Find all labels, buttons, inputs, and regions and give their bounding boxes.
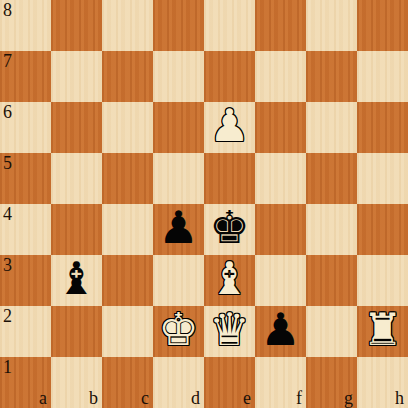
square-c1[interactable]: c	[102, 357, 153, 408]
square-d6[interactable]	[153, 102, 204, 153]
file-label-a: a	[39, 389, 47, 408]
square-f7[interactable]	[255, 51, 306, 102]
file-label-d: d	[191, 389, 200, 408]
square-d4[interactable]: ♟	[153, 204, 204, 255]
square-a5[interactable]: 5	[0, 153, 51, 204]
file-label-c: c	[141, 389, 149, 408]
square-a2[interactable]: 2	[0, 306, 51, 357]
square-e5[interactable]	[204, 153, 255, 204]
square-g3[interactable]	[306, 255, 357, 306]
square-d8[interactable]	[153, 0, 204, 51]
square-a7[interactable]: 7	[0, 51, 51, 102]
piece-white-rook-h2[interactable]: ♜	[362, 304, 402, 355]
rank-label-7: 7	[3, 51, 12, 72]
square-a8[interactable]: 8	[0, 0, 51, 51]
square-c8[interactable]	[102, 0, 153, 51]
square-c7[interactable]	[102, 51, 153, 102]
piece-white-pawn-e6[interactable]: ♟	[209, 100, 249, 151]
square-e2[interactable]: ♛	[204, 306, 255, 357]
square-a4[interactable]: 4	[0, 204, 51, 255]
square-f5[interactable]	[255, 153, 306, 204]
piece-white-king-d2[interactable]: ♚	[158, 304, 198, 355]
square-c4[interactable]	[102, 204, 153, 255]
rank-label-6: 6	[3, 102, 12, 123]
piece-white-queen-e2[interactable]: ♛	[209, 304, 249, 355]
piece-black-pawn-f2[interactable]: ♟	[260, 304, 300, 355]
square-d2[interactable]: ♚	[153, 306, 204, 357]
piece-black-bishop-b3[interactable]: ♝	[56, 253, 96, 304]
rank-label-8: 8	[3, 0, 12, 21]
square-e8[interactable]	[204, 0, 255, 51]
square-d5[interactable]	[153, 153, 204, 204]
square-a3[interactable]: 3	[0, 255, 51, 306]
square-g2[interactable]	[306, 306, 357, 357]
square-h5[interactable]	[357, 153, 408, 204]
square-c3[interactable]	[102, 255, 153, 306]
square-f3[interactable]	[255, 255, 306, 306]
rank-label-4: 4	[3, 204, 12, 225]
rank-label-3: 3	[3, 255, 12, 276]
square-h8[interactable]	[357, 0, 408, 51]
square-f1[interactable]: f	[255, 357, 306, 408]
square-f8[interactable]	[255, 0, 306, 51]
square-h6[interactable]	[357, 102, 408, 153]
square-e1[interactable]: e	[204, 357, 255, 408]
square-d3[interactable]	[153, 255, 204, 306]
square-d1[interactable]: d	[153, 357, 204, 408]
file-label-h: h	[395, 389, 404, 408]
square-h4[interactable]	[357, 204, 408, 255]
square-e6[interactable]: ♟	[204, 102, 255, 153]
square-h3[interactable]	[357, 255, 408, 306]
square-g7[interactable]	[306, 51, 357, 102]
square-g5[interactable]	[306, 153, 357, 204]
square-f4[interactable]	[255, 204, 306, 255]
square-a1[interactable]: 1a	[0, 357, 51, 408]
square-d7[interactable]	[153, 51, 204, 102]
piece-white-bishop-e3[interactable]: ♝	[209, 253, 249, 304]
square-e7[interactable]	[204, 51, 255, 102]
file-label-g: g	[344, 389, 353, 408]
square-b7[interactable]	[51, 51, 102, 102]
square-b2[interactable]	[51, 306, 102, 357]
rank-label-2: 2	[3, 306, 12, 327]
square-c2[interactable]	[102, 306, 153, 357]
chess-board: 876♟54♟♚3♝♝2♚♛♟♜1abcdefgh	[0, 0, 408, 408]
rank-label-5: 5	[3, 153, 12, 174]
square-b4[interactable]	[51, 204, 102, 255]
rank-label-1: 1	[3, 357, 12, 378]
square-h1[interactable]: h	[357, 357, 408, 408]
square-e4[interactable]: ♚	[204, 204, 255, 255]
file-label-e: e	[243, 389, 251, 408]
square-h7[interactable]	[357, 51, 408, 102]
file-label-f: f	[296, 389, 302, 408]
square-b6[interactable]	[51, 102, 102, 153]
square-g8[interactable]	[306, 0, 357, 51]
square-f2[interactable]: ♟	[255, 306, 306, 357]
square-b3[interactable]: ♝	[51, 255, 102, 306]
square-b1[interactable]: b	[51, 357, 102, 408]
piece-black-pawn-d4[interactable]: ♟	[158, 202, 198, 253]
piece-black-king-e4[interactable]: ♚	[209, 202, 249, 253]
square-f6[interactable]	[255, 102, 306, 153]
square-c5[interactable]	[102, 153, 153, 204]
square-b5[interactable]	[51, 153, 102, 204]
square-b8[interactable]	[51, 0, 102, 51]
square-c6[interactable]	[102, 102, 153, 153]
square-a6[interactable]: 6	[0, 102, 51, 153]
square-h2[interactable]: ♜	[357, 306, 408, 357]
square-g4[interactable]	[306, 204, 357, 255]
square-e3[interactable]: ♝	[204, 255, 255, 306]
file-label-b: b	[89, 389, 98, 408]
square-g1[interactable]: g	[306, 357, 357, 408]
square-g6[interactable]	[306, 102, 357, 153]
